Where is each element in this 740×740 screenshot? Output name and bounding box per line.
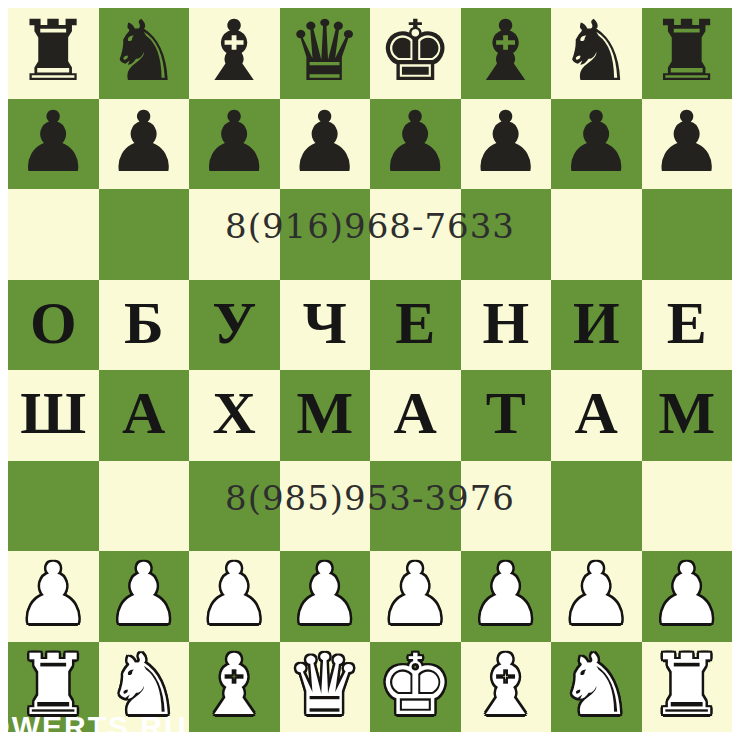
- black-knight: ♞: [106, 9, 181, 93]
- white-pawn: ♟: [106, 552, 181, 636]
- square-g3: [551, 461, 642, 552]
- black-knight: ♞: [559, 9, 634, 93]
- white-bishop: ♝: [468, 643, 543, 727]
- square-g8: ♞: [551, 8, 642, 99]
- square-f1: ♝: [461, 642, 552, 733]
- watermark: DWERTS.RU: [0, 712, 188, 740]
- white-queen: ♛: [287, 643, 362, 727]
- square-f7: ♟: [461, 99, 552, 190]
- square-d4: М: [280, 370, 371, 461]
- advert-letter: Ш: [20, 383, 86, 443]
- white-pawn: ♟: [287, 552, 362, 636]
- white-rook: ♜: [649, 643, 724, 727]
- square-c8: ♝: [189, 8, 280, 99]
- square-a4: Ш: [8, 370, 99, 461]
- square-h7: ♟: [642, 99, 733, 190]
- advert-letter: Ч: [303, 293, 347, 353]
- square-h8: ♜: [642, 8, 733, 99]
- square-d1: ♛: [280, 642, 371, 733]
- square-e6: [370, 189, 461, 280]
- square-e3: [370, 461, 461, 552]
- square-f4: Т: [461, 370, 552, 461]
- square-f8: ♝: [461, 8, 552, 99]
- square-c7: ♟: [189, 99, 280, 190]
- advert-letter: Н: [482, 293, 529, 353]
- square-c5: У: [189, 280, 280, 371]
- advert-letter: У: [212, 293, 256, 353]
- square-g4: А: [551, 370, 642, 461]
- black-pawn: ♟: [649, 100, 724, 184]
- square-d8: ♛: [280, 8, 371, 99]
- square-f2: ♟: [461, 551, 552, 642]
- square-b6: [99, 189, 190, 280]
- chess-advert-image: ♜♞♝♛♚♝♞♜♟♟♟♟♟♟♟♟ОБУЧЕНИЕШАХМАТАМ♟♟♟♟♟♟♟♟…: [0, 0, 740, 740]
- white-king: ♚: [378, 643, 453, 727]
- square-f3: [461, 461, 552, 552]
- square-e4: А: [370, 370, 461, 461]
- white-pawn: ♟: [197, 552, 272, 636]
- white-bishop: ♝: [197, 643, 272, 727]
- advert-letter: Т: [486, 383, 526, 443]
- square-h3: [642, 461, 733, 552]
- chess-board: ♜♞♝♛♚♝♞♜♟♟♟♟♟♟♟♟ОБУЧЕНИЕШАХМАТАМ♟♟♟♟♟♟♟♟…: [8, 8, 732, 732]
- square-b3: [99, 461, 190, 552]
- square-h4: М: [642, 370, 733, 461]
- black-rook: ♜: [16, 9, 91, 93]
- square-h2: ♟: [642, 551, 733, 642]
- square-b8: ♞: [99, 8, 190, 99]
- advert-letter: Е: [395, 293, 435, 353]
- square-c2: ♟: [189, 551, 280, 642]
- square-g2: ♟: [551, 551, 642, 642]
- white-knight: ♞: [559, 643, 634, 727]
- square-f5: Н: [461, 280, 552, 371]
- square-e5: Е: [370, 280, 461, 371]
- black-pawn: ♟: [468, 100, 543, 184]
- black-bishop: ♝: [468, 9, 543, 93]
- square-a7: ♟: [8, 99, 99, 190]
- square-g1: ♞: [551, 642, 642, 733]
- black-pawn: ♟: [559, 100, 634, 184]
- square-e1: ♚: [370, 642, 461, 733]
- white-pawn: ♟: [649, 552, 724, 636]
- advert-letter: Е: [667, 293, 707, 353]
- square-g6: [551, 189, 642, 280]
- advert-letter: М: [296, 383, 353, 443]
- square-h5: Е: [642, 280, 733, 371]
- advert-letter: Б: [124, 293, 164, 353]
- square-d5: Ч: [280, 280, 371, 371]
- black-pawn: ♟: [197, 100, 272, 184]
- advert-letter: Х: [213, 383, 256, 443]
- square-c3: [189, 461, 280, 552]
- square-b7: ♟: [99, 99, 190, 190]
- square-h1: ♜: [642, 642, 733, 733]
- square-g5: И: [551, 280, 642, 371]
- square-e2: ♟: [370, 551, 461, 642]
- white-pawn: ♟: [559, 552, 634, 636]
- square-a6: [8, 189, 99, 280]
- black-pawn: ♟: [287, 100, 362, 184]
- square-b5: Б: [99, 280, 190, 371]
- advert-letter: М: [658, 383, 715, 443]
- square-g7: ♟: [551, 99, 642, 190]
- square-b4: А: [99, 370, 190, 461]
- square-d3: [280, 461, 371, 552]
- white-pawn: ♟: [468, 552, 543, 636]
- black-pawn: ♟: [106, 100, 181, 184]
- white-pawn: ♟: [16, 552, 91, 636]
- black-pawn: ♟: [16, 100, 91, 184]
- advert-letter: А: [394, 383, 437, 443]
- square-a8: ♜: [8, 8, 99, 99]
- square-a3: [8, 461, 99, 552]
- square-e7: ♟: [370, 99, 461, 190]
- square-h6: [642, 189, 733, 280]
- black-queen: ♛: [287, 9, 362, 93]
- square-d6: [280, 189, 371, 280]
- advert-letter: А: [122, 383, 165, 443]
- square-e8: ♚: [370, 8, 461, 99]
- advert-letter: О: [30, 293, 77, 353]
- square-d2: ♟: [280, 551, 371, 642]
- black-rook: ♜: [649, 9, 724, 93]
- square-a2: ♟: [8, 551, 99, 642]
- white-pawn: ♟: [378, 552, 453, 636]
- black-bishop: ♝: [197, 9, 272, 93]
- square-c4: Х: [189, 370, 280, 461]
- square-f6: [461, 189, 552, 280]
- advert-letter: А: [575, 383, 618, 443]
- square-c1: ♝: [189, 642, 280, 733]
- square-b2: ♟: [99, 551, 190, 642]
- advert-letter: И: [573, 293, 620, 353]
- square-a5: О: [8, 280, 99, 371]
- square-d7: ♟: [280, 99, 371, 190]
- black-king: ♚: [378, 9, 453, 93]
- black-pawn: ♟: [378, 100, 453, 184]
- square-c6: [189, 189, 280, 280]
